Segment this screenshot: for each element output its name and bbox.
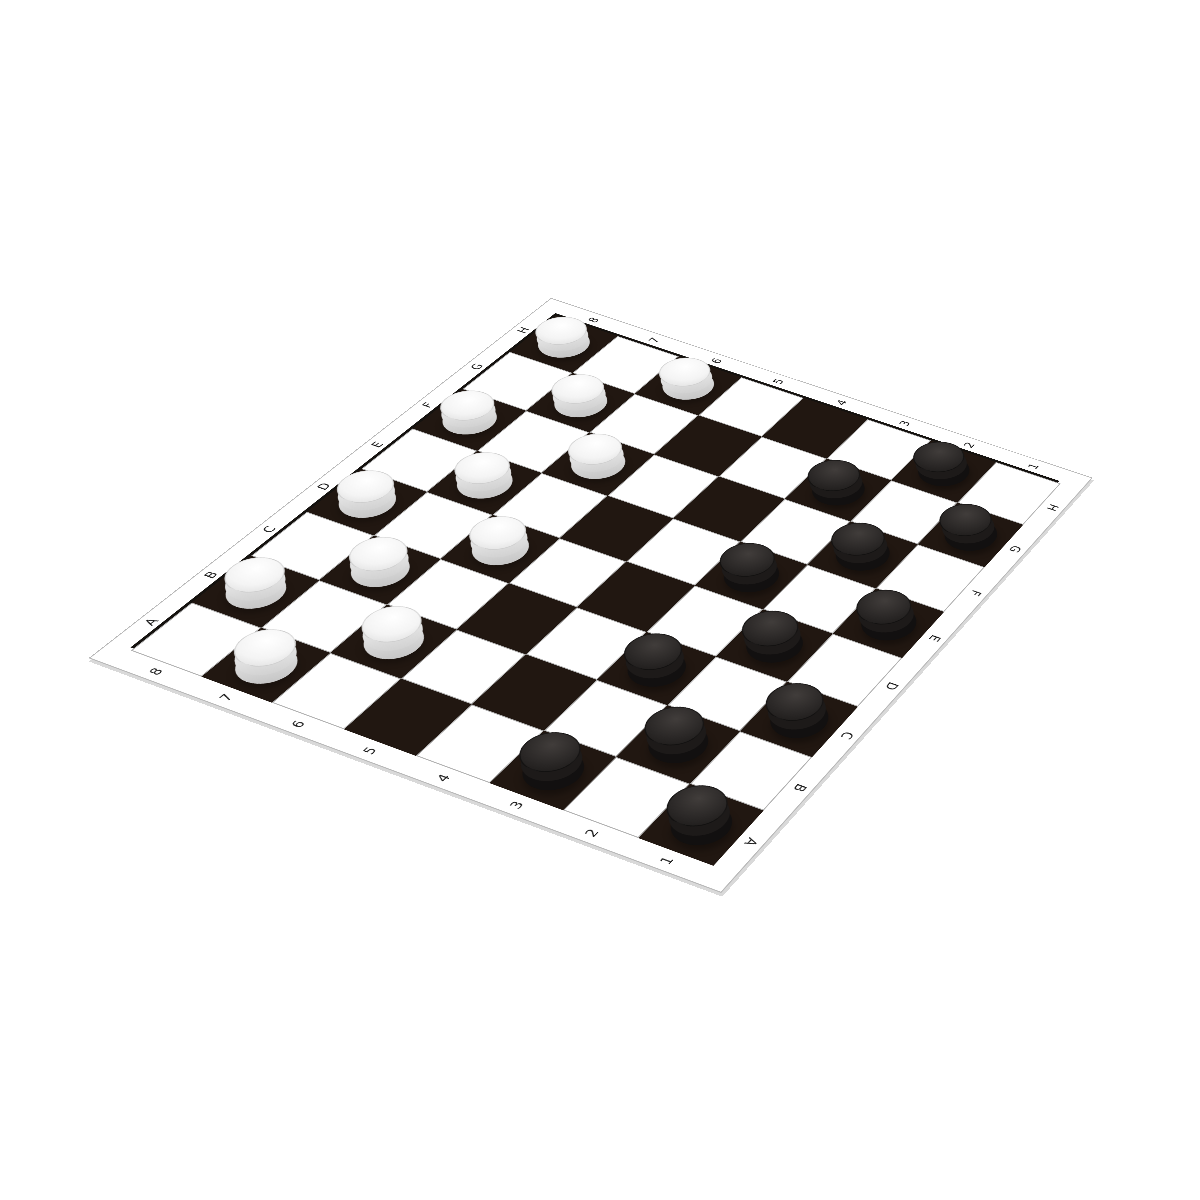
checkers-board: 88HH77GG66FF55EE44DD33CC22BB11AA (89, 298, 1093, 893)
product-photo-canvas: 88HH77GG66FF55EE44DD33CC22BB11AA (0, 0, 1200, 1200)
